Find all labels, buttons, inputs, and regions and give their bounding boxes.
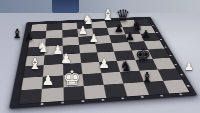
piece-white-pawn-e4: ♟ bbox=[98, 57, 110, 70]
piece-black-king-g5: ♚ bbox=[135, 46, 151, 64]
piece-black-pawn-g6: ♟ bbox=[125, 31, 135, 42]
piece-white-king-c3: ♚ bbox=[63, 68, 81, 88]
piece-white-knight-b5: ♞ bbox=[37, 40, 50, 54]
piece-layer: ♞♝♟♟♞♟♟♝♟♚♟♛♟♞♟♟♚♞♝♝♟♟ bbox=[0, 0, 200, 113]
piece-black-bishop-g3: ♝ bbox=[141, 70, 154, 84]
piece-black-knight-f4: ♞ bbox=[120, 59, 133, 73]
piece-white-bishop-e8: ♝ bbox=[101, 8, 114, 23]
chess-photo-scene: ♞♝♟♟♞♟♟♝♟♚♟♛♟♞♟♟♚♞♝♝♟♟ bbox=[0, 0, 200, 113]
piece-white-pawn-d7: ♟ bbox=[78, 25, 88, 36]
piece-white-pawn-c4: ♟ bbox=[60, 52, 72, 65]
piece-white-pawn-b3: ♟ bbox=[42, 73, 55, 87]
piece-white-bishop-a4: ♝ bbox=[28, 57, 41, 72]
piece-black-bishop-captured: ♝ bbox=[11, 27, 23, 40]
piece-black-pawn-h6: ♟ bbox=[141, 29, 151, 40]
piece-black-pawn-f7: ♟ bbox=[114, 23, 124, 34]
piece-black-pawn-captured: ♟ bbox=[24, 31, 34, 42]
piece-white-pawn-captured: ♟ bbox=[184, 61, 194, 72]
piece-white-pawn-e6: ♟ bbox=[89, 33, 99, 44]
